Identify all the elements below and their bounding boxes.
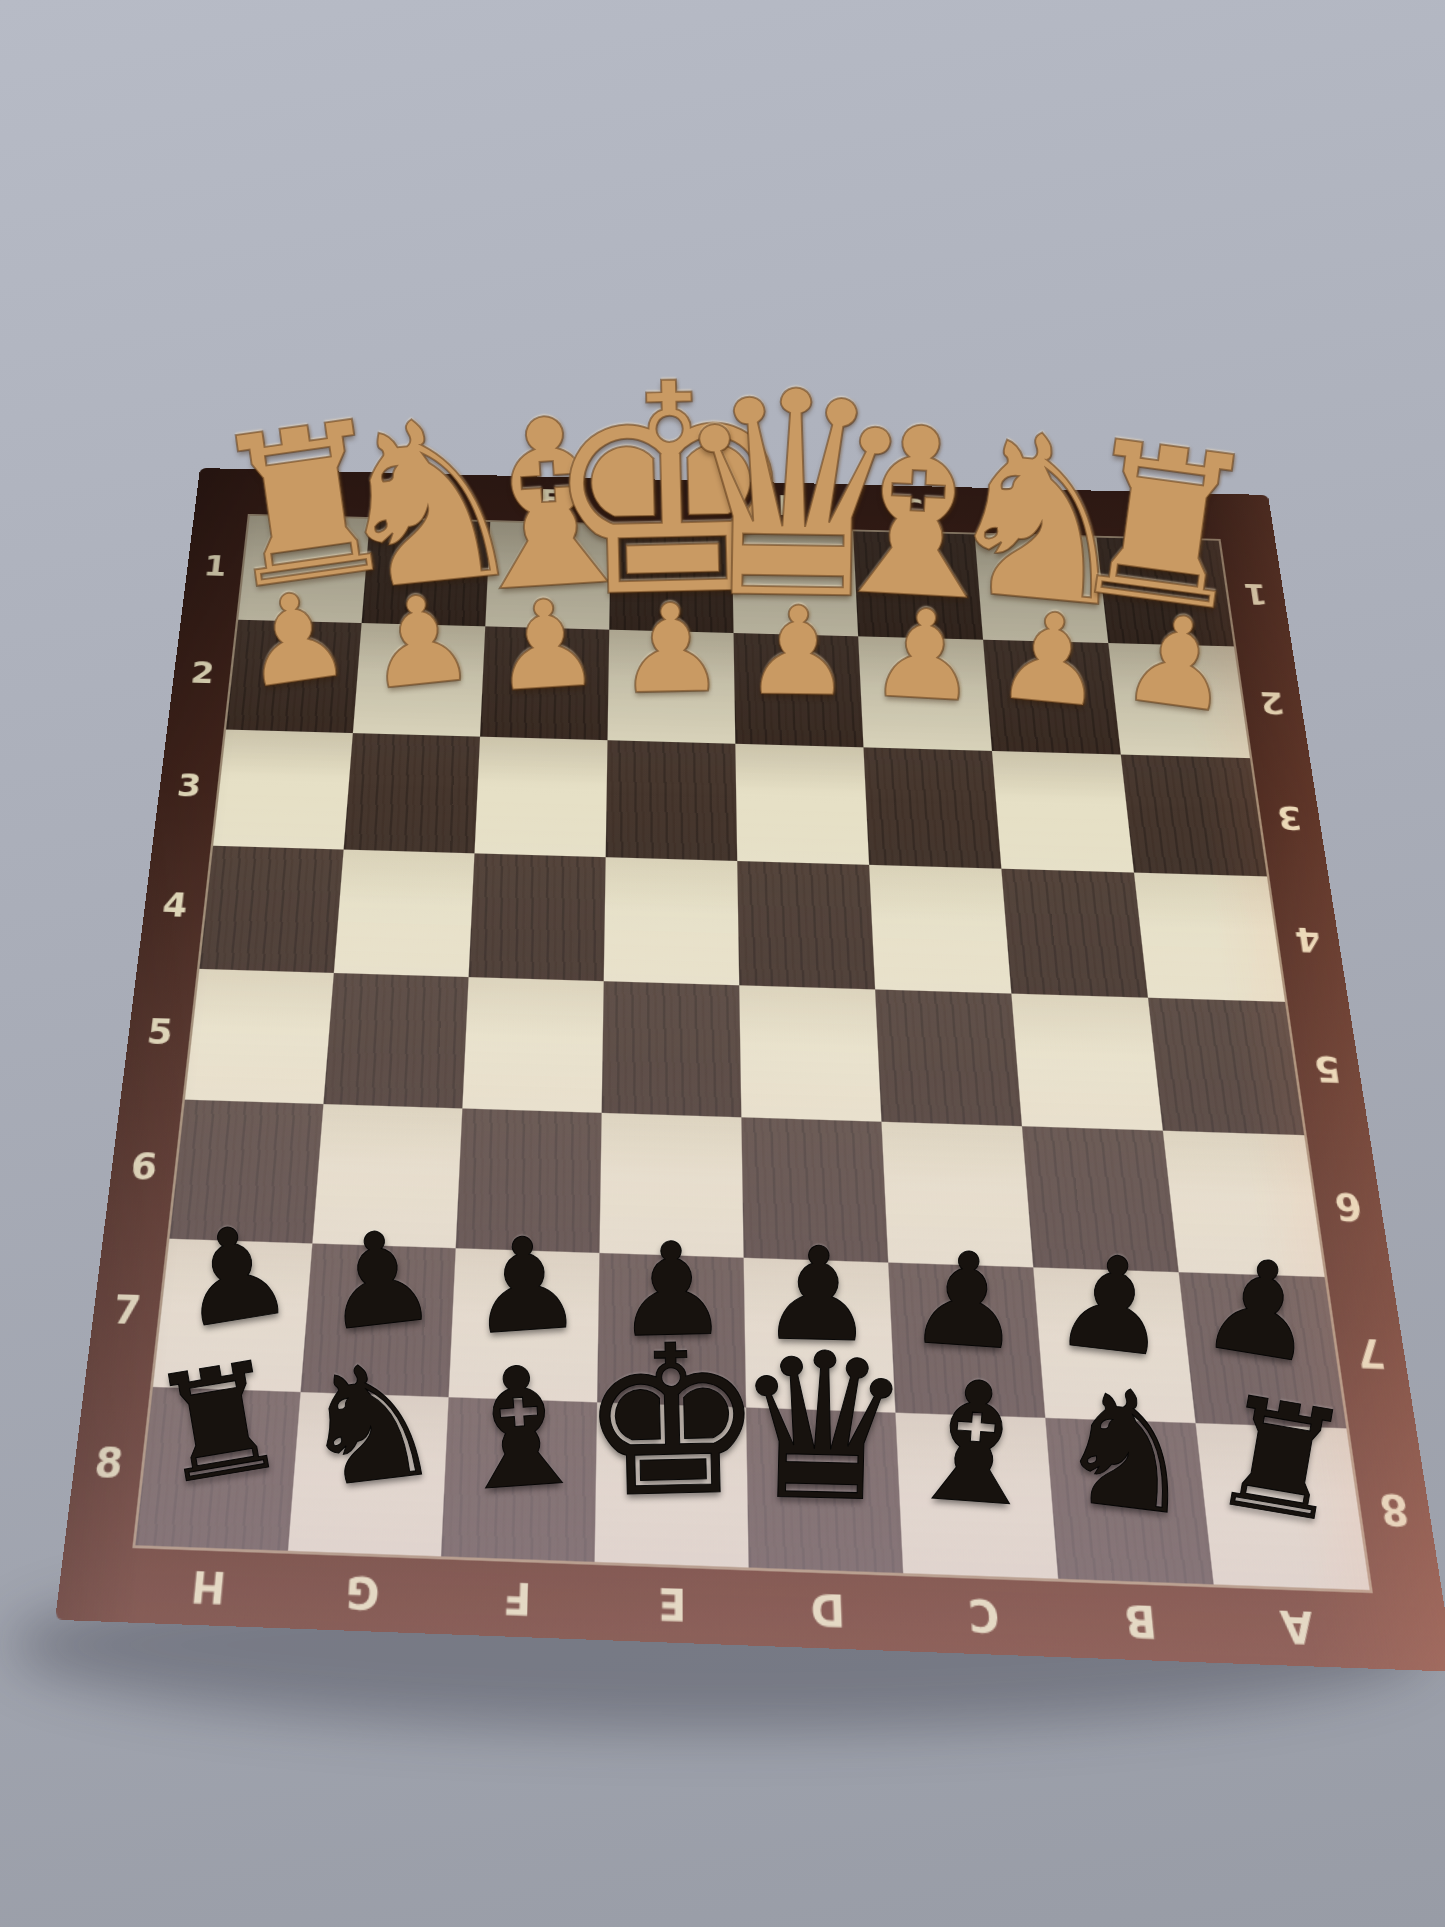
square-a4[interactable]	[1134, 873, 1285, 1002]
piece-white-pawn[interactable]: ♟︎	[742, 590, 854, 714]
file-label-bottom-h: H	[188, 1564, 228, 1610]
rank-label-right-8: 8	[1375, 1487, 1412, 1531]
piece-black-rook[interactable]: ♜︎	[1202, 1374, 1361, 1546]
file-label-bottom-b: B	[1121, 1597, 1159, 1644]
square-d4[interactable]	[737, 861, 875, 989]
piece-white-pawn[interactable]: ♟︎	[1115, 594, 1242, 732]
file-label-bottom-a: A	[1277, 1603, 1317, 1650]
square-b4[interactable]	[1001, 869, 1148, 998]
piece-white-pawn[interactable]: ♟︎	[866, 591, 983, 720]
square-c5[interactable]	[875, 989, 1022, 1126]
square-g5[interactable]	[323, 973, 468, 1108]
rank-label-left-4: 4	[161, 889, 191, 923]
rank-label-left-8: 8	[92, 1442, 126, 1485]
square-c4[interactable]	[869, 865, 1011, 994]
square-f5[interactable]	[462, 977, 603, 1113]
square-d3[interactable]	[735, 744, 869, 865]
square-c3[interactable]	[863, 747, 1001, 868]
square-g4[interactable]	[334, 850, 475, 978]
piece-black-bishop[interactable]: ♝︎	[441, 1342, 600, 1517]
piece-black-knight[interactable]: ♞︎	[1047, 1363, 1210, 1541]
file-label-bottom-g: G	[343, 1569, 381, 1615]
rank-label-left-3: 3	[175, 770, 204, 802]
piece-black-pawn[interactable]: ♟︎	[1193, 1237, 1329, 1384]
square-h4[interactable]	[199, 846, 343, 973]
rank-label-left-7: 7	[111, 1290, 144, 1331]
piece-white-pawn[interactable]: ♟︎	[232, 571, 357, 707]
file-label-bottom-f: F	[501, 1575, 532, 1621]
piece-black-queen[interactable]: ♛︎	[730, 1325, 916, 1531]
square-b5[interactable]	[1011, 994, 1163, 1131]
square-e4[interactable]	[604, 857, 740, 985]
rank-label-right-3: 3	[1274, 801, 1304, 833]
square-h5[interactable]	[185, 969, 334, 1104]
square-h3[interactable]	[213, 730, 353, 850]
file-label-bottom-c: C	[966, 1592, 1001, 1638]
photo-scene: HH11GG22FF33EE44DD55CC66BB77AA88 ♜︎♞︎♝︎♚…	[0, 0, 1445, 1927]
rank-label-right-7: 7	[1352, 1332, 1387, 1374]
rank-label-right-2: 2	[1257, 687, 1286, 718]
square-a5[interactable]	[1148, 998, 1304, 1135]
file-label-bottom-d: D	[808, 1586, 845, 1632]
rank-label-right-5: 5	[1311, 1050, 1344, 1087]
square-a3[interactable]	[1121, 755, 1267, 877]
square-f3[interactable]	[474, 737, 607, 858]
piece-black-pawn[interactable]: ♟︎	[167, 1204, 300, 1348]
square-e5[interactable]	[602, 981, 742, 1117]
square-f4[interactable]	[469, 853, 606, 981]
rank-label-left-2: 2	[189, 658, 217, 688]
piece-black-rook[interactable]: ♜︎	[141, 1339, 297, 1507]
piece-black-bishop[interactable]: ♝︎	[895, 1356, 1056, 1533]
rank-label-left-5: 5	[145, 1014, 176, 1050]
square-e3[interactable]	[606, 740, 738, 861]
square-g3[interactable]	[344, 733, 480, 853]
rank-label-right-6: 6	[1331, 1187, 1365, 1226]
piece-white-pawn[interactable]: ♟︎	[990, 593, 1112, 726]
square-d5[interactable]	[739, 985, 881, 1121]
piece-black-knight[interactable]: ♞︎	[289, 1338, 449, 1513]
rank-label-right-4: 4	[1292, 922, 1323, 956]
file-label-bottom-e: E	[657, 1580, 687, 1626]
rank-label-left-6: 6	[129, 1148, 161, 1186]
piece-white-pawn[interactable]: ♟︎	[359, 576, 480, 708]
piece-white-pawn[interactable]: ♟︎	[487, 582, 604, 711]
piece-white-pawn[interactable]: ♟︎	[615, 587, 727, 712]
square-b3[interactable]	[992, 751, 1134, 873]
